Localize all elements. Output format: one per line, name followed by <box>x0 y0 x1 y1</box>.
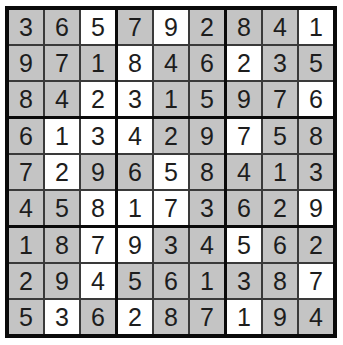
cell-r2c4: 8 <box>118 46 152 80</box>
cell-r3c4: 3 <box>118 82 152 116</box>
cell-r3c1: 8 <box>9 82 43 116</box>
box-3-1: 187294536 <box>9 228 115 334</box>
cell-r4c6: 9 <box>190 119 224 153</box>
cell-r9c7: 1 <box>227 300 261 334</box>
cell-r8c1: 2 <box>9 264 43 298</box>
cell-r3c6: 5 <box>190 82 224 116</box>
cell-r4c3: 3 <box>81 119 115 153</box>
cell-r7c6: 4 <box>190 228 224 262</box>
cell-r8c2: 9 <box>45 264 79 298</box>
cell-r3c8: 7 <box>263 82 297 116</box>
cell-r7c4: 9 <box>118 228 152 262</box>
cell-r7c1: 1 <box>9 228 43 262</box>
cell-r8c4: 5 <box>118 264 152 298</box>
cell-r4c5: 2 <box>154 119 188 153</box>
cell-r3c3: 2 <box>81 82 115 116</box>
cell-r5c6: 8 <box>190 155 224 189</box>
cell-r7c3: 7 <box>81 228 115 262</box>
cell-r9c3: 6 <box>81 300 115 334</box>
cell-r2c3: 1 <box>81 46 115 80</box>
cell-r5c1: 7 <box>9 155 43 189</box>
cell-r5c4: 6 <box>118 155 152 189</box>
cell-r8c7: 3 <box>227 264 261 298</box>
cell-r1c6: 2 <box>190 10 224 44</box>
cell-r2c9: 5 <box>299 46 333 80</box>
box-1-2: 792846315 <box>118 10 224 116</box>
cell-r8c9: 7 <box>299 264 333 298</box>
cell-r9c6: 7 <box>190 300 224 334</box>
cell-r7c8: 6 <box>263 228 297 262</box>
cell-r4c1: 6 <box>9 119 43 153</box>
cell-r3c7: 9 <box>227 82 261 116</box>
cell-r6c9: 9 <box>299 191 333 225</box>
cell-r1c7: 8 <box>227 10 261 44</box>
cell-r1c8: 4 <box>263 10 297 44</box>
cell-r1c3: 5 <box>81 10 115 44</box>
cell-r1c9: 1 <box>299 10 333 44</box>
cell-r1c2: 6 <box>45 10 79 44</box>
sudoku-board: 3659718427928463158412359766137294584296… <box>5 6 337 338</box>
cell-r9c4: 2 <box>118 300 152 334</box>
cell-r7c2: 8 <box>45 228 79 262</box>
cell-r4c7: 7 <box>227 119 261 153</box>
cell-r5c8: 1 <box>263 155 297 189</box>
cell-r7c9: 2 <box>299 228 333 262</box>
cell-r2c1: 9 <box>9 46 43 80</box>
page: 3659718427928463158412359766137294584296… <box>0 0 343 345</box>
cell-r3c2: 4 <box>45 82 79 116</box>
cell-r6c8: 2 <box>263 191 297 225</box>
cell-r2c8: 3 <box>263 46 297 80</box>
cell-r5c2: 2 <box>45 155 79 189</box>
box-2-1: 613729458 <box>9 119 115 225</box>
cell-r8c6: 1 <box>190 264 224 298</box>
cell-r6c1: 4 <box>9 191 43 225</box>
cell-r9c5: 8 <box>154 300 188 334</box>
box-2-3: 758413629 <box>227 119 333 225</box>
cell-r5c3: 9 <box>81 155 115 189</box>
cell-r1c4: 7 <box>118 10 152 44</box>
cell-r2c7: 2 <box>227 46 261 80</box>
cell-r2c2: 7 <box>45 46 79 80</box>
cell-r6c2: 5 <box>45 191 79 225</box>
cell-r6c3: 8 <box>81 191 115 225</box>
cell-r3c5: 1 <box>154 82 188 116</box>
cell-r1c5: 9 <box>154 10 188 44</box>
cell-r9c1: 5 <box>9 300 43 334</box>
cell-r3c9: 6 <box>299 82 333 116</box>
cell-r5c5: 5 <box>154 155 188 189</box>
cell-r8c5: 6 <box>154 264 188 298</box>
cell-r4c2: 1 <box>45 119 79 153</box>
box-1-1: 365971842 <box>9 10 115 116</box>
cell-r7c5: 3 <box>154 228 188 262</box>
box-3-2: 934561287 <box>118 228 224 334</box>
cell-r7c7: 5 <box>227 228 261 262</box>
cell-r5c7: 4 <box>227 155 261 189</box>
cell-r9c9: 4 <box>299 300 333 334</box>
cell-r9c2: 3 <box>45 300 79 334</box>
cell-r6c5: 7 <box>154 191 188 225</box>
cell-r2c5: 4 <box>154 46 188 80</box>
cell-r9c8: 9 <box>263 300 297 334</box>
box-2-2: 429658173 <box>118 119 224 225</box>
box-1-3: 841235976 <box>227 10 333 116</box>
cell-r5c9: 3 <box>299 155 333 189</box>
cell-r4c8: 5 <box>263 119 297 153</box>
cell-r6c6: 3 <box>190 191 224 225</box>
cell-r8c3: 4 <box>81 264 115 298</box>
cell-r6c7: 6 <box>227 191 261 225</box>
cell-r6c4: 1 <box>118 191 152 225</box>
cell-r4c9: 8 <box>299 119 333 153</box>
box-3-3: 562387194 <box>227 228 333 334</box>
cell-r4c4: 4 <box>118 119 152 153</box>
cell-r2c6: 6 <box>190 46 224 80</box>
cell-r8c8: 8 <box>263 264 297 298</box>
cell-r1c1: 3 <box>9 10 43 44</box>
